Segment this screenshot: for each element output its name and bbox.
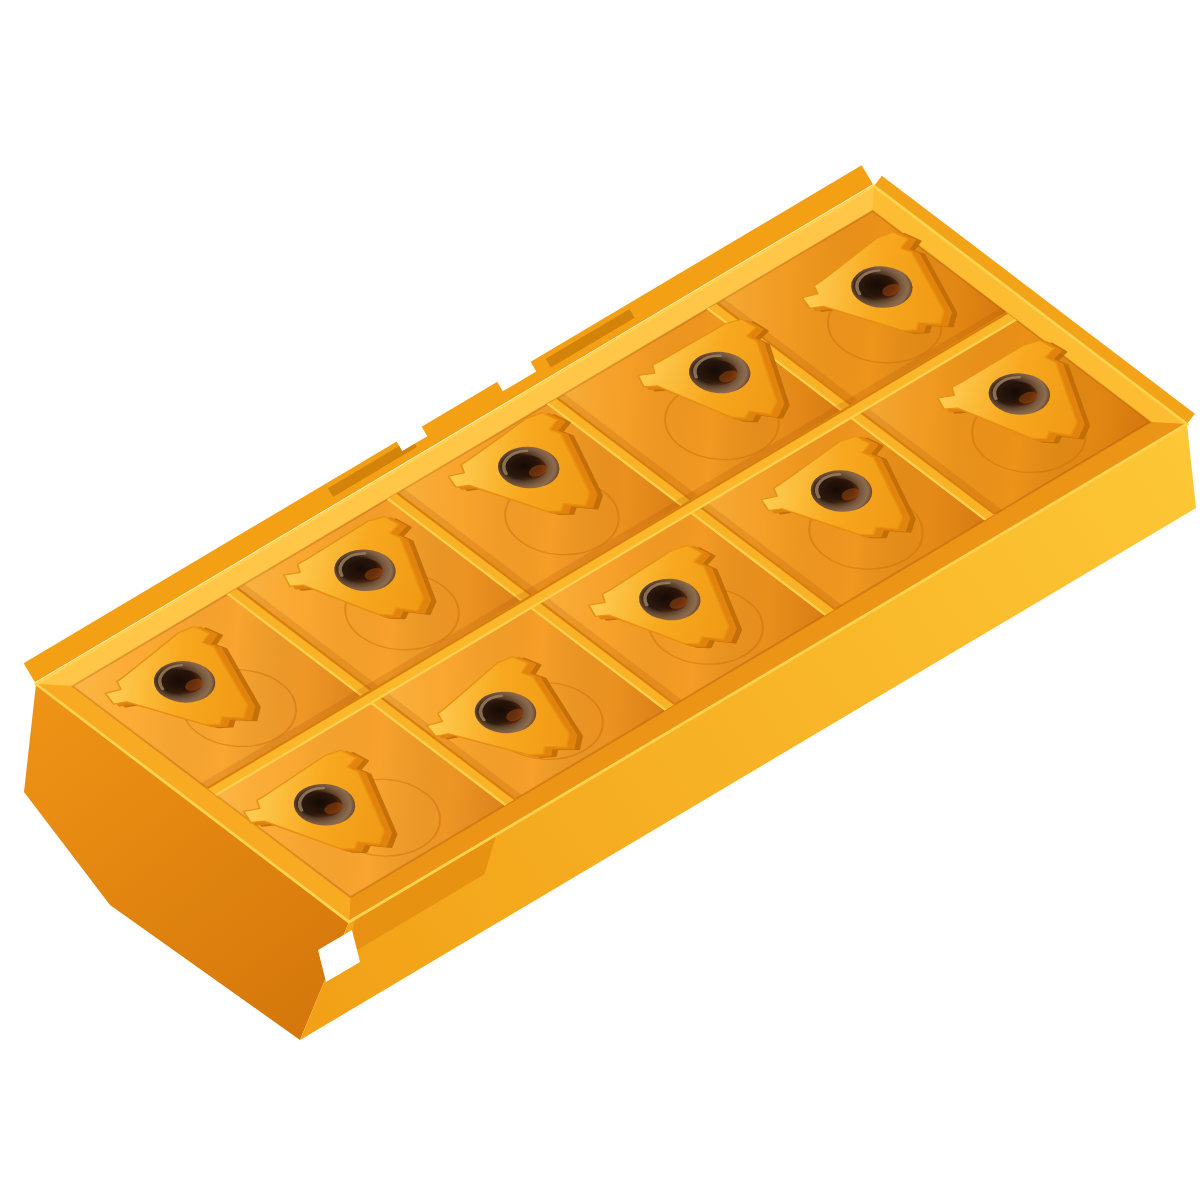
- insert-case-scene: [0, 0, 1200, 1200]
- product-photo: [0, 0, 1200, 1200]
